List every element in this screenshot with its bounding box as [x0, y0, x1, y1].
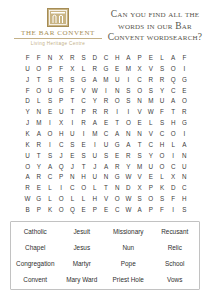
- grid-cell-r4c4: G: [56, 85, 67, 96]
- grid-cell-r11c9: R: [112, 161, 123, 172]
- grid-cell-r11c11: M: [134, 161, 145, 172]
- word-jesus: Jesus: [59, 244, 106, 251]
- grid-cell-r7c14: H: [168, 117, 179, 128]
- grid-cell-r14c13: S: [156, 193, 167, 204]
- grid-cell-r8c11: N: [134, 128, 145, 139]
- grid-cell-r6c14: T: [168, 106, 179, 117]
- grid-cell-r8c13: C: [156, 128, 167, 139]
- grid-cell-r1c10: A: [123, 52, 134, 63]
- grid-cell-r7c2: M: [33, 117, 44, 128]
- grid-cell-r7c6: R: [78, 117, 89, 128]
- grid-cell-r2c5: X: [67, 63, 78, 74]
- grid-cell-r3c11: C: [134, 74, 145, 85]
- title-line-1: Can you find all the: [104, 9, 206, 21]
- grid-cell-r3c14: Q: [168, 74, 179, 85]
- grid-cell-r7c15: G: [179, 117, 190, 128]
- grid-cell-r7c11: E: [134, 117, 145, 128]
- grid-cell-r2c12: V: [145, 63, 156, 74]
- grid-cell-r11c8: A: [100, 161, 111, 172]
- grid-cell-r4c10: S: [123, 85, 134, 96]
- grid-cell-r9c12: C: [145, 139, 156, 150]
- grid-cell-r3c12: R: [145, 74, 156, 85]
- grid-cell-r1c9: H: [112, 52, 123, 63]
- grid-cell-r6c3: E: [44, 106, 55, 117]
- word-chapel: Chapel: [12, 244, 59, 251]
- grid-cell-r15c1: B: [22, 204, 33, 215]
- grid-cell-r9c10: A: [123, 139, 134, 150]
- grid-cell-r11c5: J: [67, 161, 78, 172]
- grid-cell-r9c1: K: [22, 139, 33, 150]
- grid-cell-r12c13: L: [156, 172, 167, 183]
- grid-cell-r12c14: X: [168, 172, 179, 183]
- grid-cell-r4c14: C: [168, 85, 179, 96]
- grid-cell-r11c12: U: [145, 161, 156, 172]
- grid-cell-r4c13: Y: [156, 85, 167, 96]
- grid-cell-r9c15: A: [179, 139, 190, 150]
- grid-cell-r4c6: V: [78, 85, 89, 96]
- grid-cell-r2c8: G: [100, 63, 111, 74]
- grid-cell-r1c7: D: [89, 52, 100, 63]
- grid-cell-r8c15: I: [179, 128, 190, 139]
- grid-cell-r14c12: O: [145, 193, 156, 204]
- word-catholic: Catholic: [12, 228, 59, 235]
- grid-cell-r11c10: Y: [123, 161, 134, 172]
- grid-cell-r1c8: C: [100, 52, 111, 63]
- grid-cell-r7c8: E: [100, 117, 111, 128]
- word-priest-hole: Priest Hole: [105, 276, 152, 283]
- grid-cell-r15c12: P: [145, 204, 156, 215]
- grid-cell-r1c6: S: [78, 52, 89, 63]
- grid-cell-r11c1: O: [22, 161, 33, 172]
- grid-cell-r2c4: F: [56, 63, 67, 74]
- grid-cell-r10c5: E: [67, 150, 78, 161]
- word-list: CatholicJesuitMissionaryRecusantChapelJe…: [10, 221, 200, 290]
- grid-cell-r12c12: E: [145, 172, 156, 183]
- word-vows: Vows: [152, 276, 199, 283]
- grid-cell-r14c8: V: [100, 193, 111, 204]
- grid-cell-r14c5: L: [67, 193, 78, 204]
- grid-cell-r13c15: C: [179, 182, 190, 193]
- grid-cell-r2c11: X: [134, 63, 145, 74]
- word-missionary: Missionary: [105, 228, 152, 235]
- grid-cell-r10c4: J: [56, 150, 67, 161]
- grid-cell-r5c12: M: [145, 95, 156, 106]
- grid-cell-r9c7: I: [89, 139, 100, 150]
- grid-cell-r9c9: G: [112, 139, 123, 150]
- grid-cell-r8c2: A: [33, 128, 44, 139]
- grid-cell-r14c9: O: [112, 193, 123, 204]
- grid-cell-r11c2: Y: [33, 161, 44, 172]
- grid-cell-r12c9: G: [112, 172, 123, 183]
- grid-cell-r4c3: U: [44, 85, 55, 96]
- grid-cell-r8c1: K: [22, 128, 33, 139]
- grid-cell-r6c10: I: [123, 106, 134, 117]
- grid-cell-r1c12: E: [145, 52, 156, 63]
- grid-cell-r6c15: R: [179, 106, 190, 117]
- header: THE BAR CONVENT Living Heritage Centre C…: [0, 0, 212, 48]
- grid-cell-r8c14: O: [168, 128, 179, 139]
- grid-cell-r5c2: L: [33, 95, 44, 106]
- grid-cell-r14c11: S: [134, 193, 145, 204]
- grid-cell-r8c3: O: [44, 128, 55, 139]
- grid-cell-r10c1: U: [22, 150, 33, 161]
- grid-cell-r12c1: A: [22, 172, 33, 183]
- grid-cell-r8c7: M: [89, 128, 100, 139]
- word-pope: Pope: [105, 260, 152, 267]
- grid-cell-r1c5: R: [67, 52, 78, 63]
- grid-cell-r13c2: E: [33, 182, 44, 193]
- grid-cell-r4c11: O: [134, 85, 145, 96]
- grid-cell-r11c7: J: [89, 161, 100, 172]
- grid-cell-r15c9: C: [112, 204, 123, 215]
- word-nun: Nun: [105, 244, 152, 251]
- logo-tagline: Living Heritage Centre: [14, 41, 102, 46]
- grid-cell-r15c13: F: [156, 204, 167, 215]
- grid-cell-r5c7: Y: [89, 95, 100, 106]
- grid-cell-r5c1: D: [22, 95, 33, 106]
- grid-cell-r14c6: L: [78, 193, 89, 204]
- grid-cell-r8c9: A: [112, 128, 123, 139]
- grid-cell-r3c8: M: [100, 74, 111, 85]
- grid-cell-r14c7: H: [89, 193, 100, 204]
- grid-cell-r15c6: E: [78, 204, 89, 215]
- grid-cell-r2c7: R: [89, 63, 100, 74]
- bar-convent-logo: THE BAR CONVENT Living Heritage Centre: [14, 8, 102, 46]
- grid-cell-r12c10: W: [123, 172, 134, 183]
- grid-cell-r11c13: O: [156, 161, 167, 172]
- grid-cell-r1c11: P: [134, 52, 145, 63]
- grid-cell-r10c8: S: [100, 150, 111, 161]
- grid-cell-r15c4: O: [56, 204, 67, 215]
- grid-cell-r13c3: L: [44, 182, 55, 193]
- grid-cell-r2c6: L: [78, 63, 89, 74]
- grid-cell-r12c6: H: [78, 172, 89, 183]
- grid-cell-r3c5: S: [67, 74, 78, 85]
- grid-cell-r3c13: R: [156, 74, 167, 85]
- word-relic: Relic: [152, 244, 199, 251]
- grid-cell-r7c7: A: [89, 117, 100, 128]
- grid-cell-r6c8: R: [100, 106, 111, 117]
- grid-cell-r11c15: U: [179, 161, 190, 172]
- grid-cell-r5c9: O: [112, 95, 123, 106]
- wordsearch-grid: FFNXRSDCHAPELAFUOPFXLRGEMXVSOIJTSRSGAMUI…: [22, 52, 190, 215]
- grid-cell-r13c1: R: [22, 182, 33, 193]
- grid-cell-r15c10: W: [123, 204, 134, 215]
- grid-cell-r4c12: S: [145, 85, 156, 96]
- word-martyr: Martyr: [59, 260, 106, 267]
- grid-cell-r5c11: N: [134, 95, 145, 106]
- grid-cell-r2c14: O: [168, 63, 179, 74]
- grid-cell-r1c2: F: [33, 52, 44, 63]
- grid-cell-r12c15: N: [179, 172, 190, 183]
- grid-cell-r9c2: R: [33, 139, 44, 150]
- word-jesuit: Jesuit: [59, 228, 106, 235]
- grid-cell-r15c5: Q: [67, 204, 78, 215]
- grid-cell-r10c11: S: [134, 150, 145, 161]
- word-convent: Convent: [12, 276, 59, 283]
- grid-cell-r8c8: C: [100, 128, 111, 139]
- grid-cell-r9c13: H: [156, 139, 167, 150]
- grid-cell-r10c7: U: [89, 150, 100, 161]
- grid-cell-r6c11: V: [134, 106, 145, 117]
- grid-cell-r12c3: C: [44, 172, 55, 183]
- grid-cell-r13c8: T: [100, 182, 111, 193]
- grid-cell-r13c12: P: [145, 182, 156, 193]
- grid-cell-r14c10: W: [123, 193, 134, 204]
- grid-cell-r8c5: U: [67, 128, 78, 139]
- grid-cell-r7c5: I: [67, 117, 78, 128]
- grid-cell-r4c8: I: [100, 85, 111, 96]
- grid-cell-r10c12: Y: [145, 150, 156, 161]
- grid-cell-r3c4: R: [56, 74, 67, 85]
- puzzle-title: Can you find all the words in our Bar Co…: [104, 9, 206, 44]
- grid-cell-r1c15: F: [179, 52, 190, 63]
- grid-cell-r5c10: S: [123, 95, 134, 106]
- grid-cell-r13c7: L: [89, 182, 100, 193]
- word-school: School: [152, 260, 199, 267]
- grid-cell-r3c1: J: [22, 74, 33, 85]
- grid-cell-r13c13: K: [156, 182, 167, 193]
- grid-cell-r12c5: N: [67, 172, 78, 183]
- grid-cell-r12c8: N: [100, 172, 111, 183]
- grid-cell-r1c1: F: [22, 52, 33, 63]
- grid-cell-r3c15: G: [179, 74, 190, 85]
- grid-cell-r3c7: A: [89, 74, 100, 85]
- grid-cell-r11c3: A: [44, 161, 55, 172]
- grid-cell-r6c9: I: [112, 106, 123, 117]
- grid-cell-r7c1: J: [22, 117, 33, 128]
- grid-cell-r5c6: C: [78, 95, 89, 106]
- grid-cell-r9c14: L: [168, 139, 179, 150]
- grid-cell-r10c9: E: [112, 150, 123, 161]
- grid-cell-r6c12: W: [145, 106, 156, 117]
- grid-cell-r5c8: R: [100, 95, 111, 106]
- title-line-2: words in our Bar: [104, 21, 206, 33]
- grid-cell-r4c9: N: [112, 85, 123, 96]
- building-facade-icon: [47, 8, 69, 27]
- grid-cell-r15c15: S: [179, 204, 190, 215]
- grid-cell-r15c14: I: [168, 204, 179, 215]
- grid-cell-r10c6: S: [78, 150, 89, 161]
- grid-cell-r13c4: I: [56, 182, 67, 193]
- grid-cell-r6c7: R: [89, 106, 100, 117]
- grid-cell-r10c2: T: [33, 150, 44, 161]
- grid-cell-r11c14: C: [168, 161, 179, 172]
- grid-cell-r9c6: E: [78, 139, 89, 150]
- grid-cell-r1c13: L: [156, 52, 167, 63]
- grid-cell-r8c12: V: [145, 128, 156, 139]
- grid-cell-r6c4: U: [56, 106, 67, 117]
- grid-cell-r8c4: H: [56, 128, 67, 139]
- grid-cell-r7c10: O: [123, 117, 134, 128]
- grid-cell-r6c6: P: [78, 106, 89, 117]
- grid-cell-r15c7: P: [89, 204, 100, 215]
- logo-name: THE BAR CONVENT: [14, 29, 102, 39]
- grid-cell-r2c15: I: [179, 63, 190, 74]
- grid-cell-r10c3: S: [44, 150, 55, 161]
- grid-cell-r15c8: E: [100, 204, 111, 215]
- grid-cell-r4c7: W: [89, 85, 100, 96]
- grid-cell-r10c10: R: [123, 150, 134, 161]
- grid-cell-r3c3: S: [44, 74, 55, 85]
- grid-cell-r2c2: O: [33, 63, 44, 74]
- grid-cell-r5c5: T: [67, 95, 78, 106]
- grid-cell-r5c3: S: [44, 95, 55, 106]
- grid-cell-r15c3: K: [44, 204, 55, 215]
- grid-cell-r2c13: S: [156, 63, 167, 74]
- grid-cell-r6c2: N: [33, 106, 44, 117]
- title-line-3: Convent wordsearch?: [104, 32, 206, 44]
- grid-cell-r7c12: L: [145, 117, 156, 128]
- grid-cell-r4c15: E: [179, 85, 190, 96]
- grid-cell-r8c6: I: [78, 128, 89, 139]
- grid-cell-r9c8: U: [100, 139, 111, 150]
- grid-cell-r13c11: X: [134, 182, 145, 193]
- word-recusant: Recusant: [152, 228, 199, 235]
- grid-cell-r7c9: T: [112, 117, 123, 128]
- grid-cell-r3c2: T: [33, 74, 44, 85]
- grid-cell-r10c15: N: [179, 150, 190, 161]
- grid-cell-r1c14: A: [168, 52, 179, 63]
- grid-cell-r3c9: U: [112, 74, 123, 85]
- grid-cell-r12c2: R: [33, 172, 44, 183]
- grid-cell-r15c2: P: [33, 204, 44, 215]
- grid-cell-r6c5: T: [67, 106, 78, 117]
- grid-cell-r4c1: F: [22, 85, 33, 96]
- grid-cell-r10c14: I: [168, 150, 179, 161]
- grid-cell-r2c10: M: [123, 63, 134, 74]
- grid-cell-r14c15: H: [179, 193, 190, 204]
- grid-cell-r3c6: G: [78, 74, 89, 85]
- grid-cell-r11c4: Q: [56, 161, 67, 172]
- grid-cell-r10c13: O: [156, 150, 167, 161]
- grid-cell-r4c2: O: [33, 85, 44, 96]
- grid-cell-r11c6: T: [78, 161, 89, 172]
- word-mary-ward: Mary Ward: [59, 276, 106, 283]
- grid-cell-r4c5: F: [67, 85, 78, 96]
- grid-cell-r3c10: I: [123, 74, 134, 85]
- grid-cell-r7c4: X: [56, 117, 67, 128]
- grid-cell-r9c11: T: [134, 139, 145, 150]
- grid-cell-r5c14: A: [168, 95, 179, 106]
- grid-cell-r12c11: V: [134, 172, 145, 183]
- grid-cell-r13c5: C: [67, 182, 78, 193]
- grid-cell-r14c14: F: [168, 193, 179, 204]
- grid-cell-r15c11: A: [134, 204, 145, 215]
- wordsearch-flyer: THE BAR CONVENT Living Heritage Centre C…: [0, 0, 212, 300]
- grid-cell-r1c4: X: [56, 52, 67, 63]
- word-congregation: Congregation: [12, 260, 59, 267]
- grid-cell-r2c3: P: [44, 63, 55, 74]
- grid-cell-r14c1: W: [22, 193, 33, 204]
- grid-cell-r5c4: P: [56, 95, 67, 106]
- grid-cell-r9c4: C: [56, 139, 67, 150]
- grid-cell-r8c10: N: [123, 128, 134, 139]
- grid-cell-r14c3: L: [44, 193, 55, 204]
- grid-cell-r14c2: G: [33, 193, 44, 204]
- grid-cell-r5c15: O: [179, 95, 190, 106]
- grid-cell-r7c13: S: [156, 117, 167, 128]
- grid-cell-r13c10: D: [123, 182, 134, 193]
- grid-cell-r7c3: I: [44, 117, 55, 128]
- grid-cell-r12c4: P: [56, 172, 67, 183]
- grid-cell-r14c4: O: [56, 193, 67, 204]
- grid-cell-r13c14: D: [168, 182, 179, 193]
- grid-cell-r9c3: I: [44, 139, 55, 150]
- grid-cell-r2c9: E: [112, 63, 123, 74]
- grid-cell-r13c6: O: [78, 182, 89, 193]
- grid-cell-r2c1: U: [22, 63, 33, 74]
- grid-cell-r6c1: Y: [22, 106, 33, 117]
- grid-cell-r5c13: U: [156, 95, 167, 106]
- grid-cell-r1c3: N: [44, 52, 55, 63]
- grid-cell-r13c9: N: [112, 182, 123, 193]
- grid-cell-r12c7: U: [89, 172, 100, 183]
- grid-cell-r6c13: F: [156, 106, 167, 117]
- grid-cell-r9c5: S: [67, 139, 78, 150]
